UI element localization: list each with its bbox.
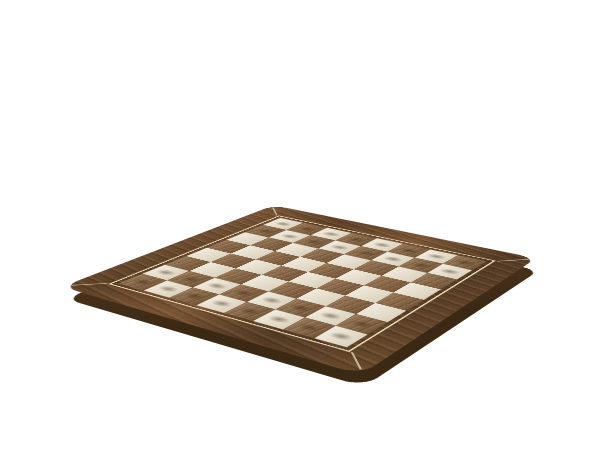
border-miter-seam	[72, 283, 108, 286]
chess-board: ♜♞♝♛♚♝♞♜♟♟♟♟♟♟♟♟♟♟♟♟♟♟♟♟♜♞♝♛♚♝♞♜	[62, 205, 536, 375]
border-miter-seam	[497, 259, 529, 262]
square-h1[interactable]: ♜	[314, 326, 367, 347]
photo-background: ♜♞♝♛♚♝♞♜♟♟♟♟♟♟♟♟♟♟♟♟♟♟♟♟♜♞♝♛♚♝♞♜	[0, 0, 600, 450]
square-h5[interactable]	[393, 282, 440, 299]
white-rook-glyph: ♜	[319, 251, 363, 340]
chess-board-assembly: ♜♞♝♛♚♝♞♜♟♟♟♟♟♟♟♟♟♟♟♟♟♟♟♟♜♞♝♛♚♝♞♜	[138, 102, 478, 442]
black-pawn-glyph: ♟	[407, 215, 433, 268]
border-miter-seam	[351, 352, 362, 370]
black-pawn-glyph: ♟	[380, 210, 406, 262]
black-pawn-glyph: ♟	[436, 221, 463, 275]
